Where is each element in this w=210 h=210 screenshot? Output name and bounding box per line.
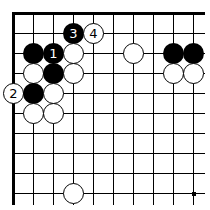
white-stone-move-4: 4 <box>83 23 104 44</box>
board-top-edge-line <box>12 12 205 15</box>
white-stone <box>163 63 184 84</box>
black-stone <box>23 83 44 104</box>
black-stone-move-1: 1 <box>43 43 64 64</box>
black-stone-move-3: 3 <box>63 23 84 44</box>
white-stone <box>123 43 144 64</box>
grid-line-horizontal <box>12 193 205 194</box>
white-stone <box>63 183 84 204</box>
move-number-label: 3 <box>69 23 77 44</box>
grid-line-vertical <box>173 12 174 205</box>
black-stone <box>43 63 64 84</box>
star-point-hoshi <box>192 192 196 196</box>
white-stone <box>63 63 84 84</box>
white-stone <box>183 63 204 84</box>
grid-line-vertical <box>153 12 154 205</box>
board-left-edge-line <box>12 12 15 205</box>
move-number-label: 2 <box>9 83 17 104</box>
grid-line-horizontal <box>12 133 205 134</box>
black-stone <box>23 43 44 64</box>
black-stone <box>163 43 184 64</box>
white-stone <box>23 63 44 84</box>
white-stone <box>43 103 64 124</box>
grid-line-vertical <box>113 12 114 205</box>
move-number-label: 1 <box>49 43 57 64</box>
grid-line-vertical <box>133 12 134 205</box>
grid-line-vertical <box>193 12 194 205</box>
move-number-label: 4 <box>89 23 97 44</box>
white-stone-move-2: 2 <box>3 83 24 104</box>
white-stone <box>23 103 44 124</box>
go-board: 3412 <box>0 0 210 210</box>
white-stone <box>43 83 64 104</box>
white-stone <box>63 43 84 64</box>
grid-line-horizontal <box>12 153 205 154</box>
black-stone <box>183 43 204 64</box>
grid-line-horizontal <box>12 33 205 34</box>
grid-line-horizontal <box>12 173 205 174</box>
